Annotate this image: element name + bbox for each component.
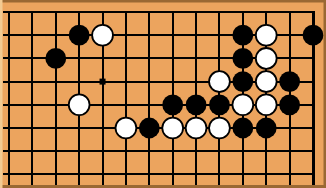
black-stone[interactable] <box>45 48 66 69</box>
white-stone[interactable] <box>256 25 277 46</box>
white-stone[interactable] <box>69 94 90 115</box>
black-stone[interactable] <box>303 25 324 46</box>
go-board[interactable] <box>0 0 326 188</box>
white-stone[interactable] <box>232 94 253 115</box>
black-stone[interactable] <box>232 118 253 139</box>
white-stone[interactable] <box>116 118 137 139</box>
frame-edge-top <box>0 0 326 3</box>
white-stone[interactable] <box>256 94 277 115</box>
black-stone[interactable] <box>162 94 183 115</box>
star-point-hoshi <box>100 79 106 85</box>
frame-edge-bottom <box>0 185 326 188</box>
white-stone[interactable] <box>186 118 207 139</box>
white-stone[interactable] <box>162 118 183 139</box>
black-stone[interactable] <box>139 118 160 139</box>
white-stone[interactable] <box>256 71 277 92</box>
black-stone[interactable] <box>279 94 300 115</box>
black-stone[interactable] <box>279 71 300 92</box>
black-stone[interactable] <box>209 94 230 115</box>
frame-edge-left <box>0 0 3 188</box>
white-stone[interactable] <box>209 118 230 139</box>
white-stone[interactable] <box>209 71 230 92</box>
go-diagram <box>0 0 326 188</box>
black-stone[interactable] <box>232 48 253 69</box>
black-stone[interactable] <box>69 25 90 46</box>
board-wood-background <box>0 0 326 188</box>
white-stone[interactable] <box>92 25 113 46</box>
black-stone[interactable] <box>232 25 253 46</box>
black-stone[interactable] <box>186 94 207 115</box>
white-stone[interactable] <box>256 48 277 69</box>
black-stone[interactable] <box>256 118 277 139</box>
black-stone[interactable] <box>232 71 253 92</box>
